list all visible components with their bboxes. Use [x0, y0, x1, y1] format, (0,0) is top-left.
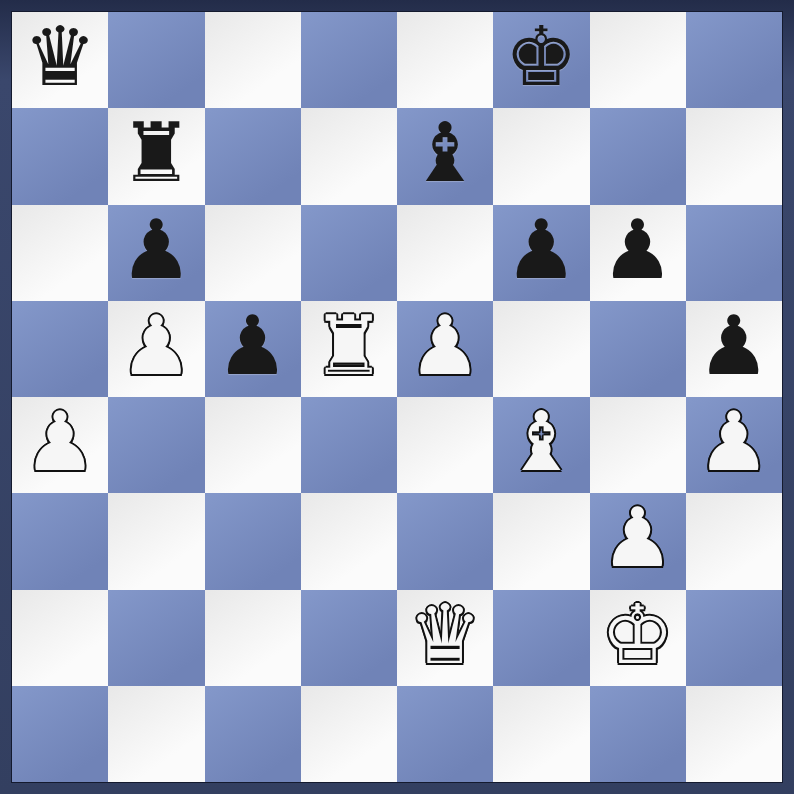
square-a2[interactable]: [12, 590, 108, 686]
black-pawn-b6[interactable]: ♟: [120, 209, 194, 291]
square-d4[interactable]: [301, 397, 397, 493]
square-a7[interactable]: [12, 108, 108, 204]
square-e5[interactable]: ♟: [397, 301, 493, 397]
black-pawn-g6[interactable]: ♟: [601, 209, 675, 291]
square-b7[interactable]: ♜: [108, 108, 204, 204]
square-c1[interactable]: [205, 686, 301, 782]
black-rook-b7[interactable]: ♜: [120, 112, 194, 194]
square-g5[interactable]: [590, 301, 686, 397]
square-e2[interactable]: ♛: [397, 590, 493, 686]
white-pawn-a4[interactable]: ♟: [23, 401, 97, 483]
square-h1[interactable]: [686, 686, 782, 782]
square-d6[interactable]: [301, 205, 397, 301]
square-e8[interactable]: [397, 12, 493, 108]
square-e7[interactable]: ♝: [397, 108, 493, 204]
square-c4[interactable]: [205, 397, 301, 493]
white-pawn-h4[interactable]: ♟: [697, 401, 771, 483]
chess-board-frame: ♛♚♜♝♟♟♟♟♟♜♟♟♟♝♟♟♛♚: [0, 0, 794, 794]
square-a6[interactable]: [12, 205, 108, 301]
square-b6[interactable]: ♟: [108, 205, 204, 301]
square-c8[interactable]: [205, 12, 301, 108]
square-f6[interactable]: ♟: [493, 205, 589, 301]
square-d3[interactable]: [301, 493, 397, 589]
square-h2[interactable]: [686, 590, 782, 686]
square-f4[interactable]: ♝: [493, 397, 589, 493]
white-pawn-b5[interactable]: ♟: [120, 305, 194, 387]
square-d7[interactable]: [301, 108, 397, 204]
square-h8[interactable]: [686, 12, 782, 108]
square-d1[interactable]: [301, 686, 397, 782]
square-a3[interactable]: [12, 493, 108, 589]
square-b3[interactable]: [108, 493, 204, 589]
square-h5[interactable]: ♟: [686, 301, 782, 397]
square-e6[interactable]: [397, 205, 493, 301]
square-b1[interactable]: [108, 686, 204, 782]
square-b4[interactable]: [108, 397, 204, 493]
square-f3[interactable]: [493, 493, 589, 589]
square-h6[interactable]: [686, 205, 782, 301]
square-h4[interactable]: ♟: [686, 397, 782, 493]
square-a1[interactable]: [12, 686, 108, 782]
white-bishop-f4[interactable]: ♝: [505, 401, 579, 483]
square-c7[interactable]: [205, 108, 301, 204]
square-d8[interactable]: [301, 12, 397, 108]
square-d5[interactable]: ♜: [301, 301, 397, 397]
square-c2[interactable]: [205, 590, 301, 686]
square-e1[interactable]: [397, 686, 493, 782]
black-pawn-h5[interactable]: ♟: [697, 305, 771, 387]
square-g1[interactable]: [590, 686, 686, 782]
white-queen-e2[interactable]: ♛: [408, 594, 482, 676]
square-a8[interactable]: ♛: [12, 12, 108, 108]
white-pawn-g3[interactable]: ♟: [601, 497, 675, 579]
square-f2[interactable]: [493, 590, 589, 686]
square-a4[interactable]: ♟: [12, 397, 108, 493]
black-pawn-f6[interactable]: ♟: [505, 209, 579, 291]
square-c5[interactable]: ♟: [205, 301, 301, 397]
square-b2[interactable]: [108, 590, 204, 686]
square-g6[interactable]: ♟: [590, 205, 686, 301]
black-bishop-e7[interactable]: ♝: [408, 112, 482, 194]
square-c3[interactable]: [205, 493, 301, 589]
white-pawn-e5[interactable]: ♟: [408, 305, 482, 387]
square-g2[interactable]: ♚: [590, 590, 686, 686]
square-g7[interactable]: [590, 108, 686, 204]
square-e3[interactable]: [397, 493, 493, 589]
black-king-f8[interactable]: ♚: [505, 16, 579, 98]
square-f8[interactable]: ♚: [493, 12, 589, 108]
square-h3[interactable]: [686, 493, 782, 589]
square-g4[interactable]: [590, 397, 686, 493]
square-f1[interactable]: [493, 686, 589, 782]
square-e4[interactable]: [397, 397, 493, 493]
square-f7[interactable]: [493, 108, 589, 204]
square-h7[interactable]: [686, 108, 782, 204]
white-king-g2[interactable]: ♚: [601, 594, 675, 676]
square-d2[interactable]: [301, 590, 397, 686]
square-g8[interactable]: [590, 12, 686, 108]
square-c6[interactable]: [205, 205, 301, 301]
black-pawn-c5[interactable]: ♟: [216, 305, 290, 387]
square-a5[interactable]: [12, 301, 108, 397]
black-queen-a8[interactable]: ♛: [23, 16, 97, 98]
square-g3[interactable]: ♟: [590, 493, 686, 589]
square-b8[interactable]: [108, 12, 204, 108]
square-f5[interactable]: [493, 301, 589, 397]
white-rook-d5[interactable]: ♜: [312, 305, 386, 387]
chess-board: ♛♚♜♝♟♟♟♟♟♜♟♟♟♝♟♟♛♚: [12, 12, 782, 782]
square-b5[interactable]: ♟: [108, 301, 204, 397]
